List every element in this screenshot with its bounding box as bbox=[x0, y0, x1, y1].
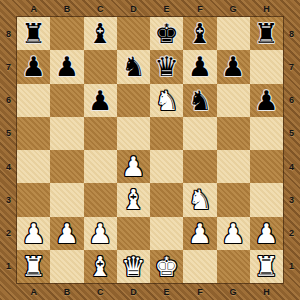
black-bishop-c8: ♝ bbox=[84, 17, 117, 50]
square-e7[interactable]: ♛ bbox=[150, 50, 183, 83]
square-d6[interactable] bbox=[117, 84, 150, 117]
square-c5[interactable] bbox=[84, 117, 117, 150]
file-label-top-d: D bbox=[117, 0, 150, 17]
square-h3[interactable] bbox=[250, 183, 283, 216]
square-f8[interactable]: ♝ bbox=[183, 17, 216, 50]
square-a7[interactable]: ♟ bbox=[17, 50, 50, 83]
square-g3[interactable] bbox=[217, 183, 250, 216]
rank-label-left-7: 7 bbox=[0, 50, 17, 83]
white-knight-e6: ♞ bbox=[150, 84, 183, 117]
white-king-e1: ♚ bbox=[150, 250, 183, 283]
square-a6[interactable] bbox=[17, 84, 50, 117]
white-pawn-c2: ♟ bbox=[84, 217, 117, 250]
square-f2[interactable]: ♟ bbox=[183, 217, 216, 250]
square-h7[interactable] bbox=[250, 50, 283, 83]
black-pawn-b7: ♟ bbox=[50, 50, 83, 83]
file-label-bottom-g: G bbox=[217, 283, 250, 300]
square-a4[interactable] bbox=[17, 150, 50, 183]
square-e6[interactable]: ♞ bbox=[150, 84, 183, 117]
square-b7[interactable]: ♟ bbox=[50, 50, 83, 83]
square-d5[interactable] bbox=[117, 117, 150, 150]
square-c1[interactable]: ♝ bbox=[84, 250, 117, 283]
black-pawn-a7: ♟ bbox=[17, 50, 50, 83]
square-f1[interactable] bbox=[183, 250, 216, 283]
square-a8[interactable]: ♜ bbox=[17, 17, 50, 50]
white-pawn-f2: ♟ bbox=[183, 217, 216, 250]
white-pawn-h2: ♟ bbox=[250, 217, 283, 250]
file-label-bottom-c: C bbox=[84, 283, 117, 300]
white-pawn-b2: ♟ bbox=[50, 217, 83, 250]
rank-label-right-4: 4 bbox=[283, 150, 300, 183]
file-label-bottom-f: F bbox=[183, 283, 216, 300]
square-e3[interactable] bbox=[150, 183, 183, 216]
white-bishop-c1: ♝ bbox=[84, 250, 117, 283]
black-pawn-f7: ♟ bbox=[183, 50, 216, 83]
rank-label-right-8: 8 bbox=[283, 17, 300, 50]
square-h1[interactable]: ♜ bbox=[250, 250, 283, 283]
white-pawn-d4: ♟ bbox=[117, 150, 150, 183]
file-label-top-f: F bbox=[183, 0, 216, 17]
white-knight-f3: ♞ bbox=[183, 183, 216, 216]
rank-label-right-3: 3 bbox=[283, 183, 300, 216]
black-knight-f6: ♞ bbox=[183, 84, 216, 117]
square-b4[interactable] bbox=[50, 150, 83, 183]
rank-label-right-6: 6 bbox=[283, 84, 300, 117]
rank-labels-right: 87654321 bbox=[283, 17, 300, 283]
square-a2[interactable]: ♟ bbox=[17, 217, 50, 250]
file-label-top-e: E bbox=[150, 0, 183, 17]
square-e4[interactable] bbox=[150, 150, 183, 183]
chess-board-frame: ABCDEFGH ABCDEFGH 87654321 87654321 ♜♝♚♝… bbox=[0, 0, 300, 300]
rank-label-right-7: 7 bbox=[283, 50, 300, 83]
square-h8[interactable]: ♜ bbox=[250, 17, 283, 50]
square-g7[interactable]: ♟ bbox=[217, 50, 250, 83]
black-pawn-h6: ♟ bbox=[250, 84, 283, 117]
rank-label-left-5: 5 bbox=[0, 117, 17, 150]
square-g6[interactable] bbox=[217, 84, 250, 117]
square-g4[interactable] bbox=[217, 150, 250, 183]
square-e1[interactable]: ♚ bbox=[150, 250, 183, 283]
square-g1[interactable] bbox=[217, 250, 250, 283]
square-b3[interactable] bbox=[50, 183, 83, 216]
square-f5[interactable] bbox=[183, 117, 216, 150]
square-f6[interactable]: ♞ bbox=[183, 84, 216, 117]
square-c4[interactable] bbox=[84, 150, 117, 183]
square-d8[interactable] bbox=[117, 17, 150, 50]
square-h5[interactable] bbox=[250, 117, 283, 150]
square-g2[interactable]: ♟ bbox=[217, 217, 250, 250]
square-a1[interactable]: ♜ bbox=[17, 250, 50, 283]
rank-label-left-4: 4 bbox=[0, 150, 17, 183]
white-bishop-d3: ♝ bbox=[117, 183, 150, 216]
black-pawn-g7: ♟ bbox=[217, 50, 250, 83]
square-g5[interactable] bbox=[217, 117, 250, 150]
rank-labels-left: 87654321 bbox=[0, 17, 17, 283]
file-label-bottom-b: B bbox=[50, 283, 83, 300]
square-d7[interactable]: ♞ bbox=[117, 50, 150, 83]
square-f3[interactable]: ♞ bbox=[183, 183, 216, 216]
square-c8[interactable]: ♝ bbox=[84, 17, 117, 50]
square-c2[interactable]: ♟ bbox=[84, 217, 117, 250]
square-d3[interactable]: ♝ bbox=[117, 183, 150, 216]
square-f4[interactable] bbox=[183, 150, 216, 183]
square-g8[interactable] bbox=[217, 17, 250, 50]
black-knight-d7: ♞ bbox=[117, 50, 150, 83]
white-queen-d1: ♛ bbox=[117, 250, 150, 283]
rank-label-right-5: 5 bbox=[283, 117, 300, 150]
square-h6[interactable]: ♟ bbox=[250, 84, 283, 117]
file-label-top-h: H bbox=[250, 0, 283, 17]
rank-label-left-1: 1 bbox=[0, 250, 17, 283]
square-b5[interactable] bbox=[50, 117, 83, 150]
square-b8[interactable] bbox=[50, 17, 83, 50]
square-a5[interactable] bbox=[17, 117, 50, 150]
black-queen-e7: ♛ bbox=[150, 50, 183, 83]
square-b2[interactable]: ♟ bbox=[50, 217, 83, 250]
square-e2[interactable] bbox=[150, 217, 183, 250]
white-rook-a1: ♜ bbox=[17, 250, 50, 283]
file-labels-top: ABCDEFGH bbox=[17, 0, 283, 17]
square-h2[interactable]: ♟ bbox=[250, 217, 283, 250]
square-b1[interactable] bbox=[50, 250, 83, 283]
file-label-bottom-h: H bbox=[250, 283, 283, 300]
file-label-top-c: C bbox=[84, 0, 117, 17]
square-d1[interactable]: ♛ bbox=[117, 250, 150, 283]
rank-label-left-2: 2 bbox=[0, 217, 17, 250]
square-a3[interactable] bbox=[17, 183, 50, 216]
rank-label-left-6: 6 bbox=[0, 84, 17, 117]
black-rook-h8: ♜ bbox=[250, 17, 283, 50]
square-d4[interactable]: ♟ bbox=[117, 150, 150, 183]
file-labels-bottom: ABCDEFGH bbox=[17, 283, 283, 300]
square-e5[interactable] bbox=[150, 117, 183, 150]
square-h4[interactable] bbox=[250, 150, 283, 183]
black-king-e8: ♚ bbox=[150, 17, 183, 50]
file-label-top-b: B bbox=[50, 0, 83, 17]
square-c3[interactable] bbox=[84, 183, 117, 216]
white-pawn-a2: ♟ bbox=[17, 217, 50, 250]
file-label-top-a: A bbox=[17, 0, 50, 17]
black-pawn-c6: ♟ bbox=[84, 84, 117, 117]
rank-label-left-3: 3 bbox=[0, 183, 17, 216]
file-label-top-g: G bbox=[217, 0, 250, 17]
black-bishop-f8: ♝ bbox=[183, 17, 216, 50]
square-f7[interactable]: ♟ bbox=[183, 50, 216, 83]
square-c7[interactable] bbox=[84, 50, 117, 83]
chess-board: ♜♝♚♝♜♟♟♞♛♟♟♟♞♞♟♟♝♞♟♟♟♟♟♟♜♝♛♚♜ bbox=[17, 17, 283, 283]
white-pawn-g2: ♟ bbox=[217, 217, 250, 250]
square-d2[interactable] bbox=[117, 217, 150, 250]
rank-label-right-2: 2 bbox=[283, 217, 300, 250]
square-e8[interactable]: ♚ bbox=[150, 17, 183, 50]
white-rook-h1: ♜ bbox=[250, 250, 283, 283]
file-label-bottom-a: A bbox=[17, 283, 50, 300]
black-rook-a8: ♜ bbox=[17, 17, 50, 50]
rank-label-right-1: 1 bbox=[283, 250, 300, 283]
square-c6[interactable]: ♟ bbox=[84, 84, 117, 117]
rank-label-left-8: 8 bbox=[0, 17, 17, 50]
file-label-bottom-d: D bbox=[117, 283, 150, 300]
file-label-bottom-e: E bbox=[150, 283, 183, 300]
square-b6[interactable] bbox=[50, 84, 83, 117]
